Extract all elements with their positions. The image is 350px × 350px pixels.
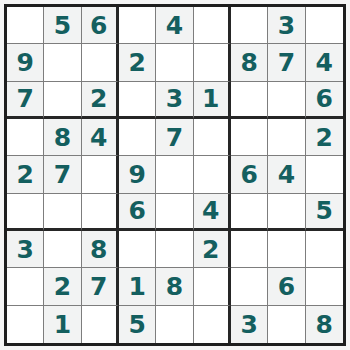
cell-r8c5[interactable]: 8 xyxy=(156,268,193,305)
cell-r9c7[interactable]: 3 xyxy=(231,306,268,343)
cell-r8c9[interactable] xyxy=(306,268,343,305)
cell-r6c1[interactable] xyxy=(7,194,44,231)
cell-r5c9[interactable] xyxy=(306,156,343,193)
cell-r2c3[interactable] xyxy=(82,44,119,81)
cell-r3c3[interactable]: 2 xyxy=(82,82,119,119)
cell-r8c2[interactable]: 2 xyxy=(44,268,81,305)
cell-r4c6[interactable] xyxy=(194,119,231,156)
cell-r7c3[interactable]: 8 xyxy=(82,231,119,268)
cell-r4c1[interactable] xyxy=(7,119,44,156)
cell-r7c5[interactable] xyxy=(156,231,193,268)
cell-r6c8[interactable] xyxy=(268,194,305,231)
cell-r1c8[interactable]: 3 xyxy=(268,7,305,44)
cell-r1c7[interactable] xyxy=(231,7,268,44)
cell-r3c8[interactable] xyxy=(268,82,305,119)
sudoku-board: 56439287472316847227964645382271861538 xyxy=(4,4,346,346)
cell-r4c4[interactable] xyxy=(119,119,156,156)
cell-r8c6[interactable] xyxy=(194,268,231,305)
cell-r7c2[interactable] xyxy=(44,231,81,268)
cell-r4c3[interactable]: 4 xyxy=(82,119,119,156)
cell-r7c6[interactable]: 2 xyxy=(194,231,231,268)
cell-r8c8[interactable]: 6 xyxy=(268,268,305,305)
cell-r9c4[interactable]: 5 xyxy=(119,306,156,343)
cell-r2c4[interactable]: 2 xyxy=(119,44,156,81)
cell-r4c9[interactable]: 2 xyxy=(306,119,343,156)
cell-r1c3[interactable]: 6 xyxy=(82,7,119,44)
cell-r1c4[interactable] xyxy=(119,7,156,44)
cell-r7c1[interactable]: 3 xyxy=(7,231,44,268)
cell-r5c7[interactable]: 6 xyxy=(231,156,268,193)
cell-r9c1[interactable] xyxy=(7,306,44,343)
cell-r3c5[interactable]: 3 xyxy=(156,82,193,119)
cell-r9c8[interactable] xyxy=(268,306,305,343)
cell-r6c7[interactable] xyxy=(231,194,268,231)
cell-r2c6[interactable] xyxy=(194,44,231,81)
cell-r4c8[interactable] xyxy=(268,119,305,156)
cell-r3c2[interactable] xyxy=(44,82,81,119)
cell-r2c9[interactable]: 4 xyxy=(306,44,343,81)
cell-r3c7[interactable] xyxy=(231,82,268,119)
cell-r8c7[interactable] xyxy=(231,268,268,305)
cell-r9c2[interactable]: 1 xyxy=(44,306,81,343)
cell-r6c9[interactable]: 5 xyxy=(306,194,343,231)
cell-r6c5[interactable] xyxy=(156,194,193,231)
cell-r5c8[interactable]: 4 xyxy=(268,156,305,193)
cell-r4c2[interactable]: 8 xyxy=(44,119,81,156)
cell-r6c2[interactable] xyxy=(44,194,81,231)
cell-r7c4[interactable] xyxy=(119,231,156,268)
cell-r6c4[interactable]: 6 xyxy=(119,194,156,231)
cell-r1c1[interactable] xyxy=(7,7,44,44)
cell-r5c1[interactable]: 2 xyxy=(7,156,44,193)
cell-r2c2[interactable] xyxy=(44,44,81,81)
cell-r1c6[interactable] xyxy=(194,7,231,44)
cell-r5c2[interactable]: 7 xyxy=(44,156,81,193)
cell-r8c1[interactable] xyxy=(7,268,44,305)
cell-r8c3[interactable]: 7 xyxy=(82,268,119,305)
cell-r3c9[interactable]: 6 xyxy=(306,82,343,119)
cell-r2c8[interactable]: 7 xyxy=(268,44,305,81)
cell-r9c6[interactable] xyxy=(194,306,231,343)
cell-r3c6[interactable]: 1 xyxy=(194,82,231,119)
cell-r3c1[interactable]: 7 xyxy=(7,82,44,119)
cell-r5c3[interactable] xyxy=(82,156,119,193)
cell-r1c2[interactable]: 5 xyxy=(44,7,81,44)
cell-r7c7[interactable] xyxy=(231,231,268,268)
cell-r2c5[interactable] xyxy=(156,44,193,81)
cell-r4c5[interactable]: 7 xyxy=(156,119,193,156)
cell-r9c9[interactable]: 8 xyxy=(306,306,343,343)
cell-r3c4[interactable] xyxy=(119,82,156,119)
cell-r2c1[interactable]: 9 xyxy=(7,44,44,81)
cell-r7c9[interactable] xyxy=(306,231,343,268)
cell-r1c9[interactable] xyxy=(306,7,343,44)
cell-r4c7[interactable] xyxy=(231,119,268,156)
cell-r9c5[interactable] xyxy=(156,306,193,343)
page-background: 56439287472316847227964645382271861538 xyxy=(0,0,350,350)
cell-r5c4[interactable]: 9 xyxy=(119,156,156,193)
cell-r2c7[interactable]: 8 xyxy=(231,44,268,81)
cell-r1c5[interactable]: 4 xyxy=(156,7,193,44)
cell-r6c3[interactable] xyxy=(82,194,119,231)
cell-r7c8[interactable] xyxy=(268,231,305,268)
cell-r6c6[interactable]: 4 xyxy=(194,194,231,231)
cell-r9c3[interactable] xyxy=(82,306,119,343)
cell-r5c5[interactable] xyxy=(156,156,193,193)
cell-r5c6[interactable] xyxy=(194,156,231,193)
cell-r8c4[interactable]: 1 xyxy=(119,268,156,305)
